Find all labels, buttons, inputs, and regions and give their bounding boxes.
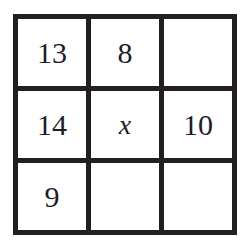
cell-r1c2: 10	[164, 91, 232, 158]
cell-r0c0: 13	[18, 19, 86, 86]
cell-r1c1-variable-x: x	[91, 91, 159, 158]
cell-value-r0c0: 13	[37, 38, 67, 68]
cell-value-r2c0: 9	[45, 182, 60, 212]
cell-r2c0: 9	[18, 163, 86, 230]
cell-value-r1c1: x	[119, 111, 131, 139]
cell-value-r0c1: 8	[118, 38, 133, 68]
puzzle-grid: 13 8 14 x 10 9	[13, 14, 237, 235]
cell-r1c0: 14	[18, 91, 86, 158]
cell-r2c1	[91, 163, 159, 230]
cell-value-r1c2: 10	[183, 110, 213, 140]
cell-r0c2	[164, 19, 232, 86]
cell-r2c2	[164, 163, 232, 230]
cell-value-r1c0: 14	[37, 110, 67, 140]
cell-r0c1: 8	[91, 19, 159, 86]
